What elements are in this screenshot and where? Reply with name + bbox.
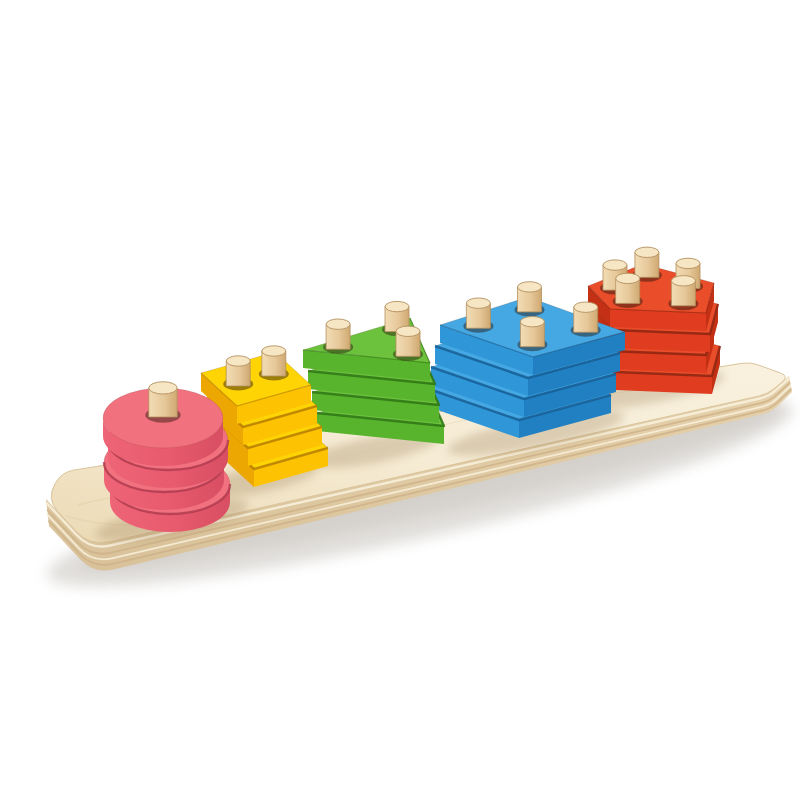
wooden-peg-cap xyxy=(616,273,640,283)
wooden-peg-cap xyxy=(262,346,286,356)
wooden-peg-cap xyxy=(396,326,420,336)
stack-circle-pink-circles xyxy=(103,382,230,532)
wooden-peg-cap xyxy=(149,382,177,394)
wooden-peg-cap xyxy=(635,247,659,257)
wooden-peg-cap xyxy=(574,302,598,312)
wooden-peg-cap xyxy=(520,317,544,327)
stack-square-blue-squares xyxy=(426,282,625,438)
wooden-peg-cap xyxy=(326,319,350,329)
wooden-peg-cap xyxy=(671,276,695,286)
product-photo-canvas xyxy=(0,0,800,800)
wooden-stacking-toy-photo xyxy=(0,0,800,800)
wooden-peg-cap xyxy=(603,260,627,270)
wooden-peg-cap xyxy=(385,301,409,311)
wooden-peg-cap xyxy=(466,298,490,308)
wooden-peg-cap xyxy=(226,356,250,366)
wooden-peg-cap xyxy=(518,282,542,292)
stack-triangle-green-triangles xyxy=(303,301,444,444)
wooden-peg-cap xyxy=(676,258,700,268)
